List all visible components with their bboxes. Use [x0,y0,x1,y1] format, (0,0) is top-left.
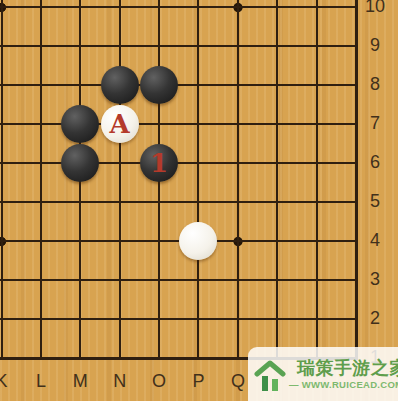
intersection-L9 [21,27,60,66]
intersection-S4 [297,222,336,261]
intersection-Q7 [218,105,257,144]
intersection-M3 [61,261,100,300]
intersection-N10 [100,0,139,27]
stone-mark-N7: A [110,111,130,137]
intersection-Q2 [218,300,257,339]
intersection-O3 [139,261,178,300]
intersection-K3 [0,261,21,300]
intersection-S9 [297,27,336,66]
row-label-8: 8 [361,74,389,95]
intersection-K8 [0,66,21,105]
column-label-P: P [187,371,211,392]
intersection-O4 [139,222,178,261]
intersection-Q8 [218,66,257,105]
intersection-Q10 [218,0,257,27]
intersection-M2 [61,300,100,339]
watermark-text: 瑞策手游之家 — WWW.RUICEAD.COM — [289,359,398,390]
black-stone-N8 [101,66,139,104]
intersection-P6 [179,144,218,183]
intersection-P9 [179,27,218,66]
intersection-R5 [258,183,297,222]
watermark-title: 瑞策手游之家 [297,359,398,377]
watermark-home-icon [254,359,286,393]
column-label-Q: Q [226,371,250,392]
row-label-9: 9 [361,35,389,56]
intersection-S3 [297,261,336,300]
intersection-R3 [258,261,297,300]
intersection-N7: A [100,105,139,144]
intersection-K5 [0,183,21,222]
column-label-N: N [108,371,132,392]
black-stone-O6: 1 [140,144,178,182]
intersection-K7 [0,105,21,144]
intersection-M9 [61,27,100,66]
column-label-O: O [147,371,171,392]
watermark-url: — WWW.RUICEAD.COM — [289,380,398,390]
intersection-N2 [100,300,139,339]
intersection-L10 [21,0,60,27]
intersection-N4 [100,222,139,261]
intersection-L4 [21,222,60,261]
intersection-L2 [21,300,60,339]
intersection-O5 [139,183,178,222]
intersection-O7 [139,105,178,144]
intersection-M7 [61,105,100,144]
intersection-L7 [21,105,60,144]
black-stone-M6 [61,144,99,182]
intersection-Q5 [218,183,257,222]
intersection-Q4 [218,222,257,261]
column-label-L: L [29,371,53,392]
intersection-S6 [297,144,336,183]
black-stone-O8 [140,66,178,104]
go-board: A1 [0,0,376,378]
intersection-Q6 [218,144,257,183]
intersection-P8 [179,66,218,105]
go-diagram: A1 KLMNOPQ 10987654321 瑞策手游之家 — WWW.RUIC… [0,0,398,401]
column-label-K: K [0,371,14,392]
white-stone-N7: A [101,105,139,143]
intersection-P7 [179,105,218,144]
intersection-M10 [61,0,100,27]
intersection-M6 [61,144,100,183]
row-label-3: 3 [361,269,389,290]
intersection-P10 [179,0,218,27]
intersection-O9 [139,27,178,66]
intersection-R10 [258,0,297,27]
intersection-O6: 1 [139,144,178,183]
intersection-M5 [61,183,100,222]
intersection-L5 [21,183,60,222]
intersection-O10 [139,0,178,27]
intersection-S2 [297,300,336,339]
stone-mark-O6: 1 [150,150,168,176]
intersection-S10 [297,0,336,27]
white-stone-P4 [179,222,217,260]
intersection-R7 [258,105,297,144]
row-label-6: 6 [361,152,389,173]
intersection-R8 [258,66,297,105]
row-label-7: 7 [361,113,389,134]
row-label-4: 4 [361,230,389,251]
intersection-L3 [21,261,60,300]
intersection-Q3 [218,261,257,300]
intersection-S7 [297,105,336,144]
intersection-M4 [61,222,100,261]
intersection-K6 [0,144,21,183]
intersection-K2 [0,300,21,339]
intersection-K10 [0,0,21,27]
row-label-5: 5 [361,191,389,212]
column-label-M: M [68,371,92,392]
intersection-O8 [139,66,178,105]
intersection-M8 [61,66,100,105]
intersection-K9 [0,27,21,66]
watermark: 瑞策手游之家 — WWW.RUICEAD.COM — [248,347,398,401]
intersection-N9 [100,27,139,66]
intersection-P2 [179,300,218,339]
intersection-K4 [0,222,21,261]
row-label-10: 10 [361,0,389,17]
intersection-L6 [21,144,60,183]
intersection-N6 [100,144,139,183]
intersection-P3 [179,261,218,300]
intersection-R4 [258,222,297,261]
black-stone-M7 [61,105,99,143]
row-label-2: 2 [361,308,389,329]
intersection-R6 [258,144,297,183]
intersection-S8 [297,66,336,105]
intersection-S5 [297,183,336,222]
intersection-N8 [100,66,139,105]
intersection-R2 [258,300,297,339]
intersection-N5 [100,183,139,222]
intersection-O2 [139,300,178,339]
intersection-L8 [21,66,60,105]
intersection-Q9 [218,27,257,66]
intersection-P5 [179,183,218,222]
intersection-N3 [100,261,139,300]
intersection-P4 [179,222,218,261]
intersection-R9 [258,27,297,66]
